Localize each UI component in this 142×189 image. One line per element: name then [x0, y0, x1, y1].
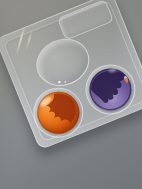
photo-frame [0, 0, 142, 189]
specular-dot [58, 81, 62, 84]
table-surface [0, 0, 142, 189]
blister-tray [0, 0, 142, 150]
specular-dot [64, 81, 67, 84]
